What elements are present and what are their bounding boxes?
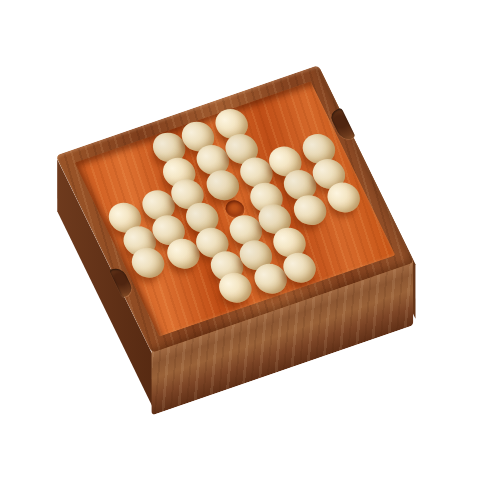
solitaire-box	[55, 65, 414, 353]
background: { "game": { "name": "Peg Solitaire (Marb…	[0, 0, 500, 500]
